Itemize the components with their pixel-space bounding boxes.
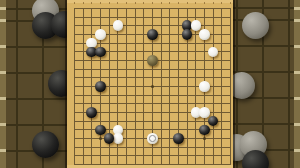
bottom-margin-ticks bbox=[74, 165, 231, 167]
background-board-coordinate-strip-right bbox=[294, 0, 300, 168]
go-stone-white-k4-last-move[interactable] bbox=[147, 133, 158, 144]
background-board-coordinate-strip-left bbox=[0, 0, 6, 168]
go-stone-white-f4[interactable] bbox=[113, 133, 124, 144]
background-stone-gray bbox=[242, 12, 269, 39]
go-stone-black-k16[interactable] bbox=[147, 29, 158, 40]
go-stone-white-r14[interactable] bbox=[208, 47, 219, 58]
goban-grid[interactable] bbox=[74, 8, 231, 165]
go-stone-white-d16[interactable] bbox=[95, 29, 106, 40]
go-stone-white-p17[interactable] bbox=[191, 20, 202, 31]
goban[interactable] bbox=[67, 0, 233, 168]
go-stone-white-q7[interactable] bbox=[199, 107, 210, 118]
go-stone-black-q5[interactable] bbox=[199, 125, 210, 136]
board-right-edge-seam bbox=[233, 0, 235, 168]
top-margin-ticks bbox=[74, 2, 231, 4]
go-stone-black-e4[interactable] bbox=[104, 133, 115, 144]
background-board-right-panel bbox=[233, 0, 300, 168]
go-stone-black-d14[interactable] bbox=[95, 47, 106, 58]
go-stone-white-q16[interactable] bbox=[199, 29, 210, 40]
background-stone-gray bbox=[233, 72, 255, 99]
go-stone-black-r6[interactable] bbox=[208, 116, 219, 127]
go-app-screen bbox=[0, 0, 300, 168]
hoshi-point bbox=[99, 137, 102, 140]
go-stone-white-f17[interactable] bbox=[113, 20, 124, 31]
go-stone-black-c7[interactable] bbox=[86, 107, 97, 118]
go-stone-black-m4[interactable] bbox=[173, 133, 184, 144]
background-board-left-panel bbox=[0, 0, 67, 168]
go-stone-white-q10[interactable] bbox=[199, 81, 210, 92]
go-stone-black-d5[interactable] bbox=[95, 125, 106, 136]
hoshi-point bbox=[203, 137, 206, 140]
go-stone-black-d10[interactable] bbox=[95, 81, 106, 92]
go-stone-olive-k13[interactable] bbox=[147, 55, 158, 66]
hoshi-point bbox=[151, 85, 154, 88]
go-stone-black-n16[interactable] bbox=[182, 29, 193, 40]
background-stone-black bbox=[32, 131, 59, 158]
